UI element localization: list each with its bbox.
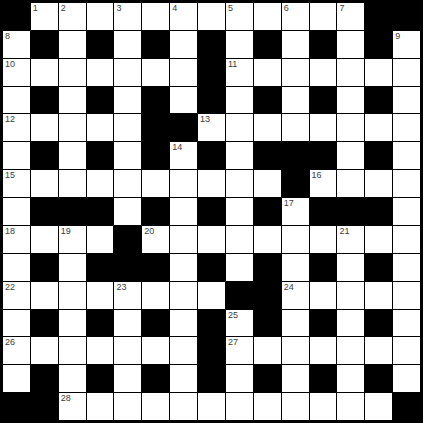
cell-r0c3[interactable] [87,3,114,30]
cell-r14c2[interactable]: 28 [59,393,86,420]
cell-r12c2[interactable] [59,337,86,364]
cell-r11c4[interactable] [114,310,141,337]
cell-r13c0[interactable] [3,365,30,392]
cell-r2c14[interactable] [393,59,420,86]
cell-r5c4[interactable] [114,142,141,169]
cell-r14c12[interactable] [337,393,364,420]
cell-r6c13[interactable] [365,170,392,197]
cell-r2c3[interactable] [87,59,114,86]
cell-r10c14[interactable] [393,282,420,309]
black-cell-r13c9 [254,365,281,392]
cell-r1c0[interactable]: 8 [3,31,30,58]
black-cell-r13c3 [87,365,114,392]
cell-r3c10[interactable] [282,87,309,114]
black-cell-r0c14 [393,3,420,30]
black-cell-r14c1 [31,393,58,420]
cell-r8c7[interactable] [198,226,225,253]
cell-r4c4[interactable] [114,114,141,141]
cell-r8c9[interactable] [254,226,281,253]
black-cell-r9c13 [365,254,392,281]
clue-number-20: 20 [144,226,154,237]
cell-r0c9[interactable] [254,3,281,30]
black-cell-r9c4 [114,254,141,281]
black-cell-r5c9 [254,142,281,169]
black-cell-r6c10 [282,170,309,197]
black-cell-r3c9 [254,87,281,114]
cell-r12c10[interactable] [282,337,309,364]
cell-r14c9[interactable] [254,393,281,420]
cell-r13c4[interactable] [114,365,141,392]
black-cell-r11c11 [310,310,337,337]
black-cell-r1c9 [254,31,281,58]
black-cell-r3c3 [87,87,114,114]
cell-r12c0[interactable]: 26 [3,337,30,364]
cell-r7c8[interactable] [226,198,253,225]
clue-number-21: 21 [339,226,349,237]
clue-number-1: 1 [33,3,38,14]
cell-r1c8[interactable] [226,31,253,58]
black-cell-r9c9 [254,254,281,281]
cell-r10c13[interactable] [365,282,392,309]
black-cell-r9c1 [31,254,58,281]
cell-r4c0[interactable]: 12 [3,114,30,141]
cell-r8c13[interactable] [365,226,392,253]
black-cell-r10c9 [254,282,281,309]
cell-r2c1[interactable] [31,59,58,86]
cell-r6c14[interactable] [393,170,420,197]
cell-r0c7[interactable] [198,3,225,30]
black-cell-r12c7 [198,337,225,364]
black-cell-r5c11 [310,142,337,169]
cell-r4c12[interactable] [337,114,364,141]
cell-r6c9[interactable] [254,170,281,197]
black-cell-r13c1 [31,365,58,392]
black-cell-r10c8 [226,282,253,309]
black-cell-r7c13 [365,198,392,225]
cell-r8c3[interactable] [87,226,114,253]
cell-r14c8[interactable] [226,393,253,420]
cell-r12c12[interactable] [337,337,364,364]
black-cell-r14c14 [393,393,420,420]
cell-r12c9[interactable] [254,337,281,364]
cell-r3c14[interactable] [393,87,420,114]
cell-r14c7[interactable] [198,393,225,420]
cell-r0c2[interactable]: 2 [59,3,86,30]
black-cell-r4c5 [142,114,169,141]
black-cell-r11c3 [87,310,114,337]
cell-r14c5[interactable] [142,393,169,420]
cell-r6c6[interactable] [170,170,197,197]
cell-r14c6[interactable] [170,393,197,420]
cell-r13c8[interactable] [226,365,253,392]
cell-r6c12[interactable] [337,170,364,197]
cell-r5c14[interactable] [393,142,420,169]
black-cell-r9c3 [87,254,114,281]
clue-number-3: 3 [116,3,121,14]
cell-r4c9[interactable] [254,114,281,141]
cell-r8c12[interactable]: 21 [337,226,364,253]
cell-r8c11[interactable] [310,226,337,253]
clue-number-16: 16 [312,170,322,181]
cell-r11c6[interactable] [170,310,197,337]
black-cell-r1c5 [142,31,169,58]
clue-number-7: 7 [339,3,344,14]
black-cell-r4c6 [170,114,197,141]
cell-r1c6[interactable] [170,31,197,58]
cell-r10c1[interactable] [31,282,58,309]
clue-number-8: 8 [5,31,10,42]
cell-r2c8[interactable]: 11 [226,59,253,86]
black-cell-r7c3 [87,198,114,225]
black-cell-r3c1 [31,87,58,114]
cell-r2c2[interactable] [59,59,86,86]
cell-r5c8[interactable] [226,142,253,169]
cell-r2c11[interactable] [310,59,337,86]
cell-r12c6[interactable] [170,337,197,364]
cell-r11c10[interactable] [282,310,309,337]
cell-r8c5[interactable]: 20 [142,226,169,253]
black-cell-r0c13 [365,3,392,30]
cell-r2c13[interactable] [365,59,392,86]
black-cell-r9c7 [198,254,225,281]
black-cell-r7c2 [59,198,86,225]
cell-r0c11[interactable] [310,3,337,30]
clue-number-17: 17 [284,198,294,209]
black-cell-r5c1 [31,142,58,169]
clue-number-26: 26 [5,337,15,348]
cell-r5c0[interactable] [3,142,30,169]
clue-number-27: 27 [228,337,238,348]
cell-r9c8[interactable] [226,254,253,281]
cell-r4c7[interactable]: 13 [198,114,225,141]
cell-r7c6[interactable] [170,198,197,225]
cell-r3c6[interactable] [170,87,197,114]
cell-r1c4[interactable] [114,31,141,58]
cell-r10c2[interactable] [59,282,86,309]
cell-r11c8[interactable]: 25 [226,310,253,337]
black-cell-r7c1 [31,198,58,225]
black-cell-r7c5 [142,198,169,225]
cell-r6c11[interactable]: 16 [310,170,337,197]
black-cell-r1c13 [365,31,392,58]
cell-r13c2[interactable] [59,365,86,392]
cell-r13c14[interactable] [393,365,420,392]
cell-r14c13[interactable] [365,393,392,420]
black-cell-r3c7 [198,87,225,114]
cell-r1c10[interactable] [282,31,309,58]
clue-number-23: 23 [116,282,126,293]
black-cell-r8c4 [114,226,141,253]
clue-number-18: 18 [5,226,15,237]
cell-r6c5[interactable] [142,170,169,197]
cell-r0c5[interactable] [142,3,169,30]
cell-r4c3[interactable] [87,114,114,141]
black-cell-r11c13 [365,310,392,337]
black-cell-r5c13 [365,142,392,169]
cell-r3c4[interactable] [114,87,141,114]
cell-r4c10[interactable] [282,114,309,141]
black-cell-r7c9 [254,198,281,225]
black-cell-r11c1 [31,310,58,337]
clue-number-10: 10 [5,59,15,70]
cell-r0c10[interactable]: 6 [282,3,309,30]
cell-r9c14[interactable] [393,254,420,281]
cell-r10c3[interactable] [87,282,114,309]
cell-r12c8[interactable]: 27 [226,337,253,364]
cell-r8c8[interactable] [226,226,253,253]
cell-r4c8[interactable] [226,114,253,141]
cell-r10c11[interactable] [310,282,337,309]
cell-r6c2[interactable] [59,170,86,197]
cell-r2c5[interactable] [142,59,169,86]
black-cell-r11c7 [198,310,225,337]
cell-r12c14[interactable] [393,337,420,364]
clue-number-19: 19 [61,226,71,237]
cell-r8c1[interactable] [31,226,58,253]
black-cell-r11c5 [142,310,169,337]
cell-r6c0[interactable]: 15 [3,170,30,197]
cell-r0c12[interactable]: 7 [337,3,364,30]
cell-r12c1[interactable] [31,337,58,364]
cell-r4c1[interactable] [31,114,58,141]
clue-number-22: 22 [5,282,15,293]
clue-number-9: 9 [395,31,400,42]
cell-r4c13[interactable] [365,114,392,141]
cell-r5c2[interactable] [59,142,86,169]
cell-r8c10[interactable] [282,226,309,253]
crossword-board: 1234567891011121314151617181920212223242… [0,0,423,423]
cell-r11c12[interactable] [337,310,364,337]
black-cell-r0c0 [3,3,30,30]
black-cell-r5c7 [198,142,225,169]
cell-r5c6[interactable]: 14 [170,142,197,169]
clue-number-25: 25 [228,310,238,321]
black-cell-r7c12 [337,198,364,225]
cell-r3c8[interactable] [226,87,253,114]
clue-number-14: 14 [172,142,182,153]
clue-number-2: 2 [61,3,66,14]
black-cell-r13c5 [142,365,169,392]
black-cell-r13c7 [198,365,225,392]
cell-r10c10[interactable]: 24 [282,282,309,309]
clue-number-13: 13 [200,114,210,125]
black-cell-r7c7 [198,198,225,225]
cell-r12c3[interactable] [87,337,114,364]
cell-r7c0[interactable] [3,198,30,225]
cell-r1c2[interactable] [59,31,86,58]
clue-number-11: 11 [228,59,237,70]
black-cell-r13c13 [365,365,392,392]
clue-number-28: 28 [61,393,71,404]
cell-r12c11[interactable] [310,337,337,364]
cell-r10c0[interactable]: 22 [3,282,30,309]
cell-r14c3[interactable] [87,393,114,420]
black-cell-r3c11 [310,87,337,114]
black-cell-r1c1 [31,31,58,58]
cell-r6c3[interactable] [87,170,114,197]
cell-r0c6[interactable]: 4 [170,3,197,30]
clue-number-12: 12 [5,114,15,125]
cell-r0c8[interactable]: 5 [226,3,253,30]
cell-r7c4[interactable] [114,198,141,225]
clue-number-15: 15 [5,170,15,181]
black-cell-r1c11 [310,31,337,58]
cell-r7c14[interactable] [393,198,420,225]
cell-r13c12[interactable] [337,365,364,392]
black-cell-r2c7 [198,59,225,86]
cell-r2c4[interactable] [114,59,141,86]
black-cell-r9c11 [310,254,337,281]
cell-r3c0[interactable] [3,87,30,114]
cell-r10c5[interactable] [142,282,169,309]
cell-r9c12[interactable] [337,254,364,281]
cell-r10c6[interactable] [170,282,197,309]
cell-r9c6[interactable] [170,254,197,281]
black-cell-r1c3 [87,31,114,58]
cell-r3c12[interactable] [337,87,364,114]
cell-r2c6[interactable] [170,59,197,86]
cell-r6c8[interactable] [226,170,253,197]
cell-r4c2[interactable] [59,114,86,141]
black-cell-r5c10 [282,142,309,169]
clue-number-6: 6 [284,3,289,14]
cell-r8c6[interactable] [170,226,197,253]
cell-r7c10[interactable]: 17 [282,198,309,225]
black-cell-r14c0 [3,393,30,420]
black-cell-r13c11 [310,365,337,392]
cell-r6c7[interactable] [198,170,225,197]
black-cell-r5c3 [87,142,114,169]
cell-r5c12[interactable] [337,142,364,169]
cell-r4c14[interactable] [393,114,420,141]
cell-r0c4[interactable]: 3 [114,3,141,30]
cell-r2c0[interactable]: 10 [3,59,30,86]
cell-r6c4[interactable] [114,170,141,197]
cell-r14c10[interactable] [282,393,309,420]
cell-r14c11[interactable] [310,393,337,420]
black-cell-r3c13 [365,87,392,114]
cell-r11c2[interactable] [59,310,86,337]
cell-r9c0[interactable] [3,254,30,281]
clue-number-24: 24 [284,282,294,293]
black-cell-r7c11 [310,198,337,225]
cell-r2c10[interactable] [282,59,309,86]
cell-r13c6[interactable] [170,365,197,392]
cell-r12c5[interactable] [142,337,169,364]
cell-r12c13[interactable] [365,337,392,364]
black-cell-r3c5 [142,87,169,114]
cell-r8c0[interactable]: 18 [3,226,30,253]
black-cell-r1c7 [198,31,225,58]
cell-r2c12[interactable] [337,59,364,86]
cell-r11c0[interactable] [3,310,30,337]
cell-r0c1[interactable]: 1 [31,3,58,30]
black-cell-r9c5 [142,254,169,281]
cell-r10c4[interactable]: 23 [114,282,141,309]
cell-r3c2[interactable] [59,87,86,114]
clue-number-5: 5 [228,3,233,14]
cell-r13c10[interactable] [282,365,309,392]
cell-r10c12[interactable] [337,282,364,309]
cell-r14c4[interactable] [114,393,141,420]
cell-r6c1[interactable] [31,170,58,197]
cell-r11c14[interactable] [393,310,420,337]
cell-r2c9[interactable] [254,59,281,86]
cell-r8c14[interactable] [393,226,420,253]
black-cell-r5c5 [142,142,169,169]
cell-r1c12[interactable] [337,31,364,58]
cell-r8c2[interactable]: 19 [59,226,86,253]
black-cell-r11c9 [254,310,281,337]
cell-r12c4[interactable] [114,337,141,364]
cell-r4c11[interactable] [310,114,337,141]
clue-number-4: 4 [172,3,177,14]
cell-r1c14[interactable]: 9 [393,31,420,58]
cell-r10c7[interactable] [198,282,225,309]
cell-r9c2[interactable] [59,254,86,281]
cell-r9c10[interactable] [282,254,309,281]
